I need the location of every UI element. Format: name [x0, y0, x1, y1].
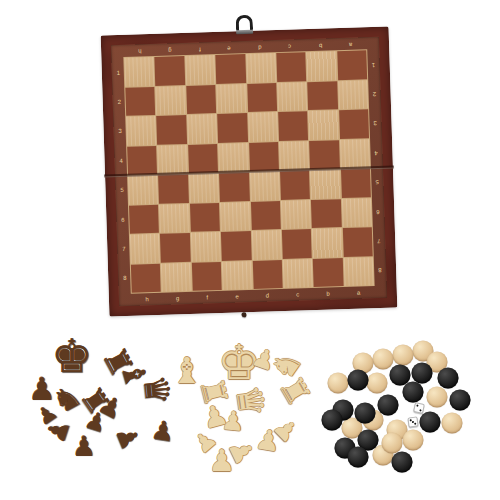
rank-label: 4	[119, 158, 123, 164]
board-square[interactable]	[188, 143, 218, 172]
file-label: h	[145, 296, 149, 302]
checker-disc-tan[interactable]	[382, 433, 403, 454]
board-square[interactable]	[161, 262, 191, 291]
checker-disc-black[interactable]	[392, 452, 413, 473]
board-square[interactable]	[248, 112, 278, 141]
checker-disc-tan[interactable]	[373, 349, 394, 370]
board-square[interactable]	[281, 200, 311, 229]
checker-disc-tan[interactable]	[403, 430, 424, 451]
board-square[interactable]	[191, 232, 221, 261]
file-label: f	[206, 294, 208, 300]
file-label: b	[326, 290, 330, 296]
die-pip	[417, 405, 419, 407]
board-square[interactable]	[131, 263, 161, 292]
product-photo: hgfedcba hgfedcba 12345678 12345678 ♚♟♜♝…	[0, 0, 500, 500]
board-square[interactable]	[192, 261, 222, 290]
rank-label: 5	[120, 187, 124, 193]
board-square[interactable]	[337, 50, 367, 79]
board-square[interactable]	[311, 199, 341, 228]
rank-label: 3	[118, 128, 122, 134]
board-square[interactable]	[252, 260, 282, 289]
board-square[interactable]	[187, 114, 217, 143]
board-square[interactable]	[221, 231, 251, 260]
rank-label: 2	[372, 91, 376, 97]
board-square[interactable]	[124, 57, 154, 86]
board-square[interactable]	[186, 85, 216, 114]
board-square[interactable]	[218, 143, 248, 172]
file-label: c	[296, 291, 299, 297]
board-square[interactable]	[160, 233, 190, 262]
file-label: d	[258, 44, 262, 50]
checker-disc-tan[interactable]	[442, 413, 463, 434]
rank-label: 2	[117, 99, 121, 105]
board-square[interactable]	[190, 202, 220, 231]
board-square[interactable]	[220, 202, 250, 231]
dark-king[interactable]: ♚	[51, 333, 92, 379]
rank-label: 3	[373, 120, 377, 126]
board-square[interactable]	[157, 115, 187, 144]
board-square[interactable]	[250, 201, 280, 230]
board-square[interactable]	[128, 175, 158, 204]
rank-label: 7	[377, 238, 381, 244]
board-square[interactable]	[342, 198, 372, 227]
board-square[interactable]	[277, 82, 307, 111]
checker-disc-black[interactable]	[378, 395, 399, 416]
checker-disc-black[interactable]	[420, 412, 441, 433]
board-square[interactable]	[155, 56, 185, 85]
board-square[interactable]	[342, 227, 372, 256]
file-label: a	[357, 289, 361, 295]
file-label: c	[288, 43, 291, 49]
hinge-pin	[242, 312, 247, 317]
board-square[interactable]	[312, 228, 342, 257]
board-square[interactable]	[308, 110, 338, 139]
die[interactable]	[413, 402, 425, 414]
clasp-latch-icon	[236, 15, 253, 32]
checker-disc-black[interactable]	[403, 382, 424, 403]
board-square[interactable]	[158, 174, 188, 203]
board-square[interactable]	[156, 85, 186, 114]
board-square[interactable]	[343, 257, 373, 286]
file-label: a	[349, 41, 353, 47]
board-square[interactable]	[307, 81, 337, 110]
board-square[interactable]	[127, 145, 157, 174]
file-label: h	[138, 48, 142, 54]
file-label: d	[266, 292, 270, 298]
file-label: g	[176, 295, 180, 301]
board-square[interactable]	[125, 86, 155, 115]
board-square[interactable]	[276, 52, 306, 81]
rank-label: 6	[121, 216, 125, 222]
checker-disc-black[interactable]	[348, 447, 369, 468]
board-square[interactable]	[313, 258, 343, 287]
board-square[interactable]	[126, 116, 156, 145]
board-square[interactable]	[251, 230, 281, 259]
checker-disc-tan[interactable]	[328, 373, 349, 394]
checker-disc-tan[interactable]	[393, 345, 414, 366]
die[interactable]	[407, 416, 418, 427]
board-square[interactable]	[222, 260, 252, 289]
checker-disc-black[interactable]	[355, 403, 376, 424]
board-square[interactable]	[279, 141, 309, 170]
board-square[interactable]	[338, 80, 368, 109]
checker-disc-tan[interactable]	[427, 387, 448, 408]
board-square[interactable]	[217, 113, 247, 142]
board-square[interactable]	[130, 234, 160, 263]
board-square[interactable]	[246, 53, 276, 82]
dark-pawn[interactable]: ♟	[150, 417, 177, 446]
rank-label: 8	[378, 267, 382, 273]
rank-label: 6	[376, 208, 380, 214]
board-square[interactable]	[278, 111, 308, 140]
die-pip	[414, 423, 416, 425]
board-square[interactable]	[219, 172, 249, 201]
rank-label: 1	[117, 70, 121, 76]
board-square[interactable]	[310, 169, 340, 198]
board-square[interactable]	[307, 51, 337, 80]
board-square[interactable]	[158, 144, 188, 173]
light-pawn[interactable]: ♟	[220, 407, 245, 435]
file-label: e	[227, 45, 231, 51]
board-square[interactable]	[216, 84, 246, 113]
board-square[interactable]	[249, 142, 279, 171]
die-pip	[419, 409, 421, 411]
board-square[interactable]	[341, 168, 371, 197]
rank-label: 4	[374, 150, 378, 156]
rank-label: 1	[371, 62, 375, 68]
board-square[interactable]	[185, 55, 215, 84]
board-square[interactable]	[189, 173, 219, 202]
file-label: e	[235, 293, 239, 299]
rank-label: 8	[123, 275, 127, 281]
checker-disc-black[interactable]	[322, 410, 343, 431]
rank-label: 5	[375, 179, 379, 185]
file-label: g	[168, 47, 172, 53]
board-square[interactable]	[247, 83, 277, 112]
chess-board[interactable]: hgfedcba hgfedcba 12345678 12345678	[101, 27, 398, 317]
file-label: b	[319, 42, 323, 48]
board-square[interactable]	[129, 204, 159, 233]
checker-disc-black[interactable]	[412, 363, 433, 384]
checker-disc-tan[interactable]	[367, 373, 388, 394]
board-square[interactable]	[280, 170, 310, 199]
checker-disc-black[interactable]	[348, 370, 369, 391]
rank-label: 7	[122, 246, 126, 252]
dark-pawn[interactable]: ♟	[72, 433, 96, 460]
board-square[interactable]	[339, 109, 369, 138]
board-square[interactable]	[250, 171, 280, 200]
checker-disc-black[interactable]	[438, 368, 459, 389]
dark-pawn[interactable]: ♟	[112, 422, 145, 453]
board-square[interactable]	[309, 140, 339, 169]
checker-disc-black[interactable]	[450, 390, 471, 411]
board-square[interactable]	[340, 139, 370, 168]
file-label: f	[199, 46, 201, 52]
board-square[interactable]	[215, 54, 245, 83]
board-square[interactable]	[283, 259, 313, 288]
board-square[interactable]	[282, 229, 312, 258]
board-square[interactable]	[159, 203, 189, 232]
